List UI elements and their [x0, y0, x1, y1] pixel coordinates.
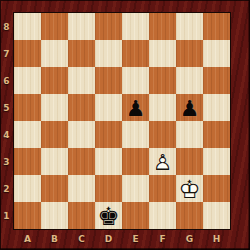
square-c4[interactable] — [68, 121, 95, 148]
rank-label-8: 8 — [0, 13, 13, 40]
white-pawn-f3[interactable]: ♟♙ — [149, 148, 176, 175]
square-e5[interactable]: ♟ — [122, 94, 149, 121]
square-e6[interactable] — [122, 67, 149, 94]
square-e1[interactable] — [122, 202, 149, 229]
square-c1[interactable] — [68, 202, 95, 229]
square-a8[interactable] — [14, 13, 41, 40]
white-pawn-outline-glyph: ♙ — [149, 148, 176, 175]
square-f8[interactable] — [149, 13, 176, 40]
square-a3[interactable] — [14, 148, 41, 175]
rank-label-6: 6 — [0, 67, 13, 94]
square-b7[interactable] — [41, 40, 68, 67]
white-king-g2[interactable]: ♚♔ — [176, 175, 203, 202]
square-e4[interactable] — [122, 121, 149, 148]
rank-label-7: 7 — [0, 40, 13, 67]
chess-board: ♟♟♟♙♚♔♚ — [13, 12, 231, 230]
square-d8[interactable] — [95, 13, 122, 40]
rank-label-1: 1 — [0, 202, 13, 229]
square-g1[interactable] — [176, 202, 203, 229]
black-king-glyph: ♚ — [95, 202, 122, 229]
square-f2[interactable] — [149, 175, 176, 202]
square-d7[interactable] — [95, 40, 122, 67]
square-d3[interactable] — [95, 148, 122, 175]
white-king-outline-glyph: ♔ — [176, 175, 203, 202]
square-g7[interactable] — [176, 40, 203, 67]
square-b5[interactable] — [41, 94, 68, 121]
square-f4[interactable] — [149, 121, 176, 148]
square-h1[interactable] — [203, 202, 230, 229]
square-e7[interactable] — [122, 40, 149, 67]
square-c8[interactable] — [68, 13, 95, 40]
square-h2[interactable] — [203, 175, 230, 202]
black-pawn-e5[interactable]: ♟ — [122, 94, 149, 121]
square-a5[interactable] — [14, 94, 41, 121]
chess-board-frame: ♟♟♟♙♚♔♚ 87654321 ABCDEFGH — [0, 0, 250, 250]
rank-label-3: 3 — [0, 148, 13, 175]
square-f7[interactable] — [149, 40, 176, 67]
square-d2[interactable] — [95, 175, 122, 202]
square-c6[interactable] — [68, 67, 95, 94]
square-c2[interactable] — [68, 175, 95, 202]
square-e2[interactable] — [122, 175, 149, 202]
square-b2[interactable] — [41, 175, 68, 202]
square-c3[interactable] — [68, 148, 95, 175]
square-a4[interactable] — [14, 121, 41, 148]
square-f5[interactable] — [149, 94, 176, 121]
square-a2[interactable] — [14, 175, 41, 202]
rank-label-4: 4 — [0, 121, 13, 148]
black-pawn-g5[interactable]: ♟ — [176, 94, 203, 121]
file-label-h: H — [203, 230, 230, 248]
square-b1[interactable] — [41, 202, 68, 229]
square-e3[interactable] — [122, 148, 149, 175]
square-b4[interactable] — [41, 121, 68, 148]
square-b8[interactable] — [41, 13, 68, 40]
black-king-d1[interactable]: ♚ — [95, 202, 122, 229]
square-d6[interactable] — [95, 67, 122, 94]
square-g4[interactable] — [176, 121, 203, 148]
square-h4[interactable] — [203, 121, 230, 148]
square-d5[interactable] — [95, 94, 122, 121]
square-g2[interactable]: ♚♔ — [176, 175, 203, 202]
rank-label-5: 5 — [0, 94, 13, 121]
square-b6[interactable] — [41, 67, 68, 94]
square-a7[interactable] — [14, 40, 41, 67]
file-label-f: F — [149, 230, 176, 248]
square-g8[interactable] — [176, 13, 203, 40]
rank-label-2: 2 — [0, 175, 13, 202]
square-g6[interactable] — [176, 67, 203, 94]
square-f6[interactable] — [149, 67, 176, 94]
square-a6[interactable] — [14, 67, 41, 94]
black-pawn-glyph: ♟ — [122, 94, 149, 121]
square-f3[interactable]: ♟♙ — [149, 148, 176, 175]
square-h6[interactable] — [203, 67, 230, 94]
file-label-c: C — [68, 230, 95, 248]
black-pawn-glyph: ♟ — [176, 94, 203, 121]
file-label-d: D — [95, 230, 122, 248]
square-d1[interactable]: ♚ — [95, 202, 122, 229]
square-g3[interactable] — [176, 148, 203, 175]
square-e8[interactable] — [122, 13, 149, 40]
file-label-e: E — [122, 230, 149, 248]
square-c5[interactable] — [68, 94, 95, 121]
file-label-g: G — [176, 230, 203, 248]
square-h7[interactable] — [203, 40, 230, 67]
square-b3[interactable] — [41, 148, 68, 175]
square-f1[interactable] — [149, 202, 176, 229]
square-c7[interactable] — [68, 40, 95, 67]
file-label-b: B — [41, 230, 68, 248]
square-h8[interactable] — [203, 13, 230, 40]
square-g5[interactable]: ♟ — [176, 94, 203, 121]
square-d4[interactable] — [95, 121, 122, 148]
file-label-a: A — [14, 230, 41, 248]
square-a1[interactable] — [14, 202, 41, 229]
square-h5[interactable] — [203, 94, 230, 121]
square-h3[interactable] — [203, 148, 230, 175]
